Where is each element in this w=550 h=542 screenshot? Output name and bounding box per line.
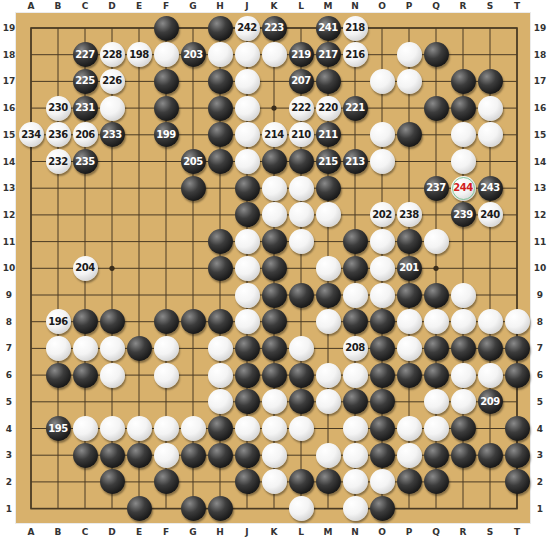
stone-N9 <box>343 283 368 308</box>
coord-label-bottom-S: S <box>487 527 493 537</box>
stone-L18: 219 <box>289 42 314 67</box>
stone-S3 <box>478 443 503 468</box>
coord-label-top-T: T <box>514 1 520 11</box>
stone-G1 <box>181 496 206 521</box>
stone-F15: 199 <box>154 122 179 147</box>
stone-S12: 240 <box>478 202 503 227</box>
move-number: 211 <box>316 122 341 147</box>
move-number: 210 <box>289 122 314 147</box>
stone-O3 <box>370 443 395 468</box>
stone-H7 <box>208 336 233 361</box>
stone-M18: 217 <box>316 42 341 67</box>
stone-O2 <box>370 469 395 494</box>
stone-P4 <box>397 416 422 441</box>
stone-L15: 210 <box>289 122 314 147</box>
stone-H19 <box>208 16 233 41</box>
stone-K18 <box>262 42 287 67</box>
coord-label-top-A: A <box>28 1 35 11</box>
stone-K15: 214 <box>262 122 287 147</box>
stone-D8 <box>100 309 125 334</box>
stone-L13 <box>289 176 314 201</box>
stone-N14: 213 <box>343 149 368 174</box>
stone-K11 <box>262 229 287 254</box>
stone-M14: 215 <box>316 149 341 174</box>
stone-B6 <box>46 363 71 388</box>
stone-Q5 <box>424 389 449 414</box>
coord-label-top-R: R <box>460 1 467 11</box>
stone-S7 <box>478 336 503 361</box>
stone-C16: 231 <box>73 96 98 121</box>
stone-C17: 225 <box>73 69 98 94</box>
stone-R7 <box>451 336 476 361</box>
stone-J13 <box>235 176 260 201</box>
move-number: 205 <box>181 149 206 174</box>
stone-P9 <box>397 283 422 308</box>
stone-H5 <box>208 389 233 414</box>
coord-label-bottom-J: J <box>245 527 248 537</box>
stone-L11 <box>289 229 314 254</box>
stone-M10 <box>316 256 341 281</box>
coord-label-bottom-C: C <box>82 527 89 537</box>
stone-K3 <box>262 443 287 468</box>
coord-label-bottom-P: P <box>406 527 413 537</box>
stone-T3 <box>505 443 530 468</box>
stone-T7 <box>505 336 530 361</box>
move-number: 222 <box>289 96 314 121</box>
move-number: 202 <box>370 202 395 227</box>
move-number: 195 <box>46 416 71 441</box>
stone-P7 <box>397 336 422 361</box>
stone-H15 <box>208 122 233 147</box>
move-number: 214 <box>262 122 287 147</box>
stone-H18 <box>208 42 233 67</box>
stone-R4 <box>451 416 476 441</box>
coord-label-right-10: 10 <box>534 263 547 273</box>
stone-P8 <box>397 309 422 334</box>
stone-M17 <box>316 69 341 94</box>
coord-label-top-F: F <box>163 1 169 11</box>
coord-label-left-14: 14 <box>3 157 16 167</box>
stone-T6 <box>505 363 530 388</box>
stone-D18: 228 <box>100 42 125 67</box>
stone-L17: 207 <box>289 69 314 94</box>
stone-N2 <box>343 469 368 494</box>
stone-K12 <box>262 202 287 227</box>
stone-G3 <box>181 443 206 468</box>
stone-N18: 216 <box>343 42 368 67</box>
stone-Q4 <box>424 416 449 441</box>
move-number: 235 <box>73 149 98 174</box>
stone-J2 <box>235 469 260 494</box>
coord-label-top-S: S <box>487 1 493 11</box>
coord-label-right-18: 18 <box>534 50 547 60</box>
coord-label-right-8: 8 <box>537 317 543 327</box>
coord-label-top-C: C <box>82 1 89 11</box>
move-number: 243 <box>478 176 503 201</box>
move-number: 199 <box>154 122 179 147</box>
stone-N4 <box>343 416 368 441</box>
stone-K2 <box>262 469 287 494</box>
stone-J12 <box>235 202 260 227</box>
stone-S5: 209 <box>478 389 503 414</box>
stone-N5 <box>343 389 368 414</box>
stone-H11 <box>208 229 233 254</box>
stone-C15: 206 <box>73 122 98 147</box>
stone-S17 <box>478 69 503 94</box>
stone-M5 <box>316 389 341 414</box>
stone-J17 <box>235 69 260 94</box>
stone-G18: 203 <box>181 42 206 67</box>
coord-label-bottom-N: N <box>351 527 359 537</box>
move-number: 209 <box>478 389 503 414</box>
stone-F16 <box>154 96 179 121</box>
stone-M16: 220 <box>316 96 341 121</box>
move-number: 203 <box>181 42 206 67</box>
move-number: 220 <box>316 96 341 121</box>
stone-D3 <box>100 443 125 468</box>
stone-H3 <box>208 443 233 468</box>
move-number: 196 <box>46 309 71 334</box>
stone-N10 <box>343 256 368 281</box>
stone-J18 <box>235 42 260 67</box>
coord-label-bottom-R: R <box>460 527 467 537</box>
stone-P2 <box>397 469 422 494</box>
stone-O9 <box>370 283 395 308</box>
stone-Q9 <box>424 283 449 308</box>
coord-label-top-L: L <box>298 1 304 11</box>
stone-N1 <box>343 496 368 521</box>
stone-D6 <box>100 363 125 388</box>
move-number: 204 <box>73 256 98 281</box>
stone-C6 <box>73 363 98 388</box>
go-game-diagram: ABCDEFGHJKLMNOPQRST ABCDEFGHJKLMNOPQRST … <box>0 0 550 542</box>
stone-K8 <box>262 309 287 334</box>
stone-B4: 195 <box>46 416 71 441</box>
stone-L6 <box>289 363 314 388</box>
stone-Q18 <box>424 42 449 67</box>
coord-label-right-4: 4 <box>537 424 543 434</box>
stone-O7 <box>370 336 395 361</box>
coord-label-left-5: 5 <box>6 397 12 407</box>
coord-label-bottom-A: A <box>28 527 35 537</box>
coord-label-right-14: 14 <box>534 157 547 167</box>
coord-label-left-4: 4 <box>6 424 12 434</box>
stone-F4 <box>154 416 179 441</box>
stone-Q11 <box>424 229 449 254</box>
stone-E7 <box>127 336 152 361</box>
stone-J5 <box>235 389 260 414</box>
stone-J11 <box>235 229 260 254</box>
stone-R8 <box>451 309 476 334</box>
coord-label-left-1: 1 <box>6 504 12 514</box>
coord-label-left-17: 17 <box>3 76 16 86</box>
stone-H16 <box>208 96 233 121</box>
stone-O17 <box>370 69 395 94</box>
stone-R16 <box>451 96 476 121</box>
move-number: 217 <box>316 42 341 67</box>
stone-J7 <box>235 336 260 361</box>
stone-K4 <box>262 416 287 441</box>
stone-M3 <box>316 443 341 468</box>
stone-J9 <box>235 283 260 308</box>
stone-D7 <box>100 336 125 361</box>
stone-B15: 236 <box>46 122 71 147</box>
coord-label-top-E: E <box>136 1 142 11</box>
stone-F17 <box>154 69 179 94</box>
stone-J16 <box>235 96 260 121</box>
stone-L14 <box>289 149 314 174</box>
move-number: 219 <box>289 42 314 67</box>
coord-label-top-J: J <box>245 1 248 11</box>
stone-J4 <box>235 416 260 441</box>
coord-label-bottom-Q: Q <box>432 527 440 537</box>
coord-label-right-17: 17 <box>534 76 547 86</box>
move-number: 231 <box>73 96 98 121</box>
stone-J6 <box>235 363 260 388</box>
coord-label-left-7: 7 <box>6 343 12 353</box>
move-number: 226 <box>100 69 125 94</box>
stone-R6 <box>451 363 476 388</box>
stone-K5 <box>262 389 287 414</box>
coord-label-right-9: 9 <box>537 290 543 300</box>
stone-L16: 222 <box>289 96 314 121</box>
stone-J19: 242 <box>235 16 260 41</box>
coord-label-right-6: 6 <box>537 370 543 380</box>
coord-label-top-B: B <box>55 1 62 11</box>
stone-B14: 232 <box>46 149 71 174</box>
stone-H17 <box>208 69 233 94</box>
stone-C8 <box>73 309 98 334</box>
coord-label-left-11: 11 <box>3 237 16 247</box>
stone-R13: 244 <box>451 176 476 201</box>
stone-S16 <box>478 96 503 121</box>
stone-K9 <box>262 283 287 308</box>
coord-label-top-G: G <box>189 1 196 11</box>
stone-O6 <box>370 363 395 388</box>
stone-C4 <box>73 416 98 441</box>
move-number: 218 <box>343 16 368 41</box>
stone-O14 <box>370 149 395 174</box>
stone-K7 <box>262 336 287 361</box>
stone-B16: 230 <box>46 96 71 121</box>
move-number: 198 <box>127 42 152 67</box>
stone-K19: 223 <box>262 16 287 41</box>
coord-label-bottom-L: L <box>298 527 304 537</box>
stone-K14 <box>262 149 287 174</box>
stone-R5 <box>451 389 476 414</box>
stone-H1 <box>208 496 233 521</box>
stone-F19 <box>154 16 179 41</box>
stone-M19: 241 <box>316 16 341 41</box>
stone-N7: 208 <box>343 336 368 361</box>
coord-label-top-K: K <box>271 1 278 11</box>
coord-label-top-P: P <box>406 1 413 11</box>
stone-P6 <box>397 363 422 388</box>
move-number: 233 <box>100 122 125 147</box>
stone-S6 <box>478 363 503 388</box>
move-number: 241 <box>316 16 341 41</box>
stone-L9 <box>289 283 314 308</box>
coord-label-bottom-D: D <box>108 527 115 537</box>
coord-label-top-O: O <box>378 1 386 11</box>
stone-G13 <box>181 176 206 201</box>
stone-E18: 198 <box>127 42 152 67</box>
coord-label-right-11: 11 <box>534 237 547 247</box>
move-number: 232 <box>46 149 71 174</box>
stone-H10 <box>208 256 233 281</box>
move-number: 242 <box>235 16 260 41</box>
stone-H14 <box>208 149 233 174</box>
coord-label-left-12: 12 <box>3 210 16 220</box>
stone-L4 <box>289 416 314 441</box>
coord-label-left-8: 8 <box>6 317 12 327</box>
stone-Q13: 237 <box>424 176 449 201</box>
stone-N11 <box>343 229 368 254</box>
stone-R3 <box>451 443 476 468</box>
move-number: 234 <box>19 122 44 147</box>
stone-J3 <box>235 443 260 468</box>
coord-label-left-19: 19 <box>3 23 16 33</box>
stone-J15 <box>235 122 260 147</box>
coord-label-right-7: 7 <box>537 343 543 353</box>
stone-P18 <box>397 42 422 67</box>
stone-P17 <box>397 69 422 94</box>
coord-label-bottom-E: E <box>136 527 142 537</box>
stone-P3 <box>397 443 422 468</box>
move-number: 237 <box>424 176 449 201</box>
stone-H6 <box>208 363 233 388</box>
coord-label-left-9: 9 <box>6 290 12 300</box>
stone-T8 <box>505 309 530 334</box>
stone-N6 <box>343 363 368 388</box>
stone-O5 <box>370 389 395 414</box>
coord-label-bottom-G: G <box>189 527 196 537</box>
stone-M12 <box>316 202 341 227</box>
stone-C14: 235 <box>73 149 98 174</box>
stone-J14 <box>235 149 260 174</box>
coord-label-left-10: 10 <box>3 263 16 273</box>
coord-label-right-2: 2 <box>537 477 543 487</box>
coord-label-top-D: D <box>108 1 115 11</box>
stone-T2 <box>505 469 530 494</box>
stone-B8: 196 <box>46 309 71 334</box>
stone-D4 <box>100 416 125 441</box>
stone-R14 <box>451 149 476 174</box>
coord-label-bottom-M: M <box>324 527 333 537</box>
coord-label-right-16: 16 <box>534 103 547 113</box>
coord-label-left-16: 16 <box>3 103 16 113</box>
coord-label-right-15: 15 <box>534 130 547 140</box>
stone-L12 <box>289 202 314 227</box>
stone-N16: 221 <box>343 96 368 121</box>
stone-O15 <box>370 122 395 147</box>
stone-T4 <box>505 416 530 441</box>
move-number: 221 <box>343 96 368 121</box>
stone-S8 <box>478 309 503 334</box>
stone-N8 <box>343 309 368 334</box>
stone-F8 <box>154 309 179 334</box>
move-number: 236 <box>46 122 71 147</box>
stone-P10: 201 <box>397 256 422 281</box>
coord-label-bottom-B: B <box>55 527 62 537</box>
stone-Q8 <box>424 309 449 334</box>
stone-S15 <box>478 122 503 147</box>
stone-O12: 202 <box>370 202 395 227</box>
stone-Q2 <box>424 469 449 494</box>
stone-O8 <box>370 309 395 334</box>
stone-H8 <box>208 309 233 334</box>
coord-label-left-2: 2 <box>6 477 12 487</box>
stone-L2 <box>289 469 314 494</box>
stone-N19: 218 <box>343 16 368 41</box>
stone-Q16 <box>424 96 449 121</box>
coord-label-left-15: 15 <box>3 130 16 140</box>
coord-label-bottom-F: F <box>163 527 169 537</box>
coord-label-bottom-K: K <box>271 527 278 537</box>
stone-G8 <box>181 309 206 334</box>
coord-label-right-1: 1 <box>537 504 543 514</box>
stone-F6 <box>154 363 179 388</box>
stone-O4 <box>370 416 395 441</box>
stone-J8 <box>235 309 260 334</box>
coord-label-left-13: 13 <box>3 183 16 193</box>
coord-label-top-M: M <box>324 1 333 11</box>
stone-L5 <box>289 389 314 414</box>
coord-label-left-6: 6 <box>6 370 12 380</box>
stone-G4 <box>181 416 206 441</box>
stone-Q7 <box>424 336 449 361</box>
stone-D2 <box>100 469 125 494</box>
move-number: 215 <box>316 149 341 174</box>
coord-label-right-19: 19 <box>534 23 547 33</box>
stone-M6 <box>316 363 341 388</box>
stone-K13 <box>262 176 287 201</box>
stone-E4 <box>127 416 152 441</box>
stone-K6 <box>262 363 287 388</box>
move-number: 238 <box>397 202 422 227</box>
stone-R17 <box>451 69 476 94</box>
move-number: 213 <box>343 149 368 174</box>
move-number: 239 <box>451 202 476 227</box>
coord-label-top-Q: Q <box>432 1 440 11</box>
stone-Q3 <box>424 443 449 468</box>
stone-O11 <box>370 229 395 254</box>
stone-G14: 205 <box>181 149 206 174</box>
stone-A15: 234 <box>19 122 44 147</box>
stone-M8 <box>316 309 341 334</box>
move-number: 228 <box>100 42 125 67</box>
move-number: 230 <box>46 96 71 121</box>
stone-R15 <box>451 122 476 147</box>
stone-R12: 239 <box>451 202 476 227</box>
move-number: 201 <box>397 256 422 281</box>
stone-D17: 226 <box>100 69 125 94</box>
move-number: 225 <box>73 69 98 94</box>
stone-E1 <box>127 496 152 521</box>
coord-label-left-3: 3 <box>6 450 12 460</box>
stone-H4 <box>208 416 233 441</box>
coord-label-bottom-O: O <box>378 527 386 537</box>
go-board[interactable]: 2422232412182272281982032192172162252262… <box>16 13 530 523</box>
coord-label-right-3: 3 <box>537 450 543 460</box>
stone-F7 <box>154 336 179 361</box>
stone-E3 <box>127 443 152 468</box>
stone-N3 <box>343 443 368 468</box>
move-number: 244 <box>451 176 476 201</box>
stone-C18: 227 <box>73 42 98 67</box>
stone-M9 <box>316 283 341 308</box>
stone-M15: 211 <box>316 122 341 147</box>
